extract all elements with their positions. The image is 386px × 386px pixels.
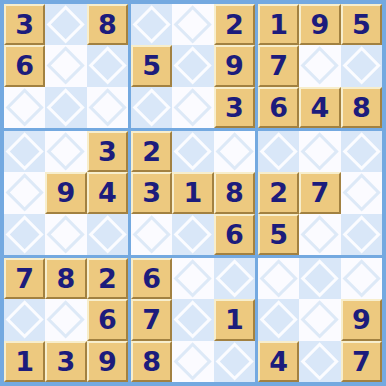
diamond-icon	[174, 342, 213, 381]
diamond-icon	[215, 342, 254, 381]
cell-r1c1: 3	[4, 4, 45, 45]
diamond-icon	[259, 301, 298, 340]
given-digit: 6	[15, 52, 34, 79]
given-digit: 5	[352, 11, 371, 38]
cell-r8c8[interactable]	[299, 299, 340, 340]
given-digit: 2	[98, 265, 117, 292]
block-2-2: 23186	[131, 131, 255, 255]
diamond-icon	[132, 215, 171, 254]
given-digit: 2	[142, 138, 161, 165]
given-digit: 9	[311, 11, 330, 38]
given-digit: 8	[142, 348, 161, 375]
given-digit: 7	[352, 348, 371, 375]
cell-r4c2[interactable]	[45, 131, 86, 172]
cell-r3c6: 3	[214, 87, 255, 128]
cell-r3c9: 8	[341, 87, 382, 128]
block-2-1: 394	[4, 131, 128, 255]
given-digit: 5	[142, 52, 161, 79]
cell-r2c2[interactable]	[45, 45, 86, 86]
given-digit: 9	[352, 306, 371, 333]
cell-r8c2[interactable]	[45, 299, 86, 340]
diamond-icon	[342, 174, 381, 213]
cell-r8c5[interactable]	[172, 299, 213, 340]
cell-r1c7: 1	[258, 4, 299, 45]
diamond-icon	[301, 132, 340, 171]
cell-r9c9: 7	[341, 341, 382, 382]
diamond-icon	[88, 215, 127, 254]
cell-r4c4: 2	[131, 131, 172, 172]
block-1-2: 2593	[131, 4, 255, 128]
cell-r6c6: 6	[214, 214, 255, 255]
cell-r1c5[interactable]	[172, 4, 213, 45]
cell-r5c2: 9	[45, 172, 86, 213]
cell-r3c5[interactable]	[172, 87, 213, 128]
cell-r6c4[interactable]	[131, 214, 172, 255]
cell-r2c3[interactable]	[87, 45, 128, 86]
diamond-icon	[301, 47, 340, 86]
diamond-icon	[342, 259, 381, 298]
cell-r3c8: 4	[299, 87, 340, 128]
cell-r4c8[interactable]	[299, 131, 340, 172]
diamond-icon	[174, 259, 213, 298]
diamond-icon	[174, 301, 213, 340]
cell-r5c9[interactable]	[341, 172, 382, 213]
cell-r7c5[interactable]	[172, 258, 213, 299]
given-digit: 3	[57, 348, 76, 375]
given-digit: 2	[225, 11, 244, 38]
cell-r3c2[interactable]	[45, 87, 86, 128]
cell-r9c1: 1	[4, 341, 45, 382]
diamond-icon	[88, 47, 127, 86]
diamond-icon	[132, 88, 171, 127]
diamond-icon	[47, 5, 86, 44]
given-digit: 3	[225, 94, 244, 121]
cell-r1c4[interactable]	[131, 4, 172, 45]
diamond-icon	[301, 259, 340, 298]
diamond-icon	[301, 215, 340, 254]
cell-r7c4: 6	[131, 258, 172, 299]
cell-r5c3: 4	[87, 172, 128, 213]
block-3-2: 6718	[131, 258, 255, 382]
given-digit: 7	[311, 179, 330, 206]
given-digit: 5	[269, 221, 288, 248]
diamond-icon	[174, 47, 213, 86]
cell-r6c5[interactable]	[172, 214, 213, 255]
diamond-icon	[259, 132, 298, 171]
cell-r1c2[interactable]	[45, 4, 86, 45]
cell-r7c8[interactable]	[299, 258, 340, 299]
cell-r9c2: 3	[45, 341, 86, 382]
given-digit: 6	[269, 94, 288, 121]
diamond-icon	[301, 342, 340, 381]
block-1-3: 1957648	[258, 4, 382, 128]
cell-r1c9: 5	[341, 4, 382, 45]
given-digit: 1	[225, 306, 244, 333]
cell-r7c3: 2	[87, 258, 128, 299]
cell-r4c6[interactable]	[214, 131, 255, 172]
cell-r8c1[interactable]	[4, 299, 45, 340]
cell-r3c3[interactable]	[87, 87, 128, 128]
cell-r4c9[interactable]	[341, 131, 382, 172]
diamond-icon	[5, 132, 44, 171]
cell-r6c2[interactable]	[45, 214, 86, 255]
cell-r2c8[interactable]	[299, 45, 340, 86]
cell-r2c4: 5	[131, 45, 172, 86]
diamond-icon	[47, 47, 86, 86]
given-digit: 1	[269, 11, 288, 38]
cell-r9c8[interactable]	[299, 341, 340, 382]
cell-r4c5[interactable]	[172, 131, 213, 172]
diamond-icon	[259, 259, 298, 298]
given-digit: 8	[225, 179, 244, 206]
cell-r1c3: 8	[87, 4, 128, 45]
sudoku-board: 386259319576483942318627578261396718947	[0, 0, 386, 386]
block-3-3: 947	[258, 258, 382, 382]
given-digit: 9	[57, 179, 76, 206]
cell-r2c7: 7	[258, 45, 299, 86]
cell-r1c6: 2	[214, 4, 255, 45]
cell-r8c3: 6	[87, 299, 128, 340]
cell-r5c5: 1	[172, 172, 213, 213]
cell-r8c9: 9	[341, 299, 382, 340]
cell-r5c1[interactable]	[4, 172, 45, 213]
cell-r7c7[interactable]	[258, 258, 299, 299]
given-digit: 1	[15, 348, 34, 375]
diamond-icon	[342, 47, 381, 86]
given-digit: 8	[57, 265, 76, 292]
cell-r9c5[interactable]	[172, 341, 213, 382]
diamond-icon	[342, 215, 381, 254]
cell-r5c8: 7	[299, 172, 340, 213]
cell-r6c7: 5	[258, 214, 299, 255]
given-digit: 7	[269, 52, 288, 79]
cell-r2c6: 9	[214, 45, 255, 86]
cell-r9c4: 8	[131, 341, 172, 382]
given-digit: 4	[98, 179, 117, 206]
given-digit: 7	[142, 306, 161, 333]
diamond-icon	[132, 5, 171, 44]
given-digit: 6	[98, 306, 117, 333]
cell-r6c1[interactable]	[4, 214, 45, 255]
diamond-icon	[174, 215, 213, 254]
diamond-icon	[47, 301, 86, 340]
diamond-icon	[5, 174, 44, 213]
diamond-icon	[215, 259, 254, 298]
cell-r7c2: 8	[45, 258, 86, 299]
given-digit: 7	[15, 265, 34, 292]
cell-r8c6: 1	[214, 299, 255, 340]
cell-r5c6: 8	[214, 172, 255, 213]
cell-r4c3: 3	[87, 131, 128, 172]
given-digit: 9	[225, 52, 244, 79]
diamond-icon	[174, 88, 213, 127]
given-digit: 2	[269, 179, 288, 206]
diamond-icon	[5, 215, 44, 254]
given-digit: 4	[269, 348, 288, 375]
cell-r8c4: 7	[131, 299, 172, 340]
cell-r7c9[interactable]	[341, 258, 382, 299]
block-3-1: 7826139	[4, 258, 128, 382]
diamond-icon	[301, 301, 340, 340]
given-digit: 8	[352, 94, 371, 121]
cell-r9c3: 9	[87, 341, 128, 382]
cell-r1c8: 9	[299, 4, 340, 45]
cell-r5c4: 3	[131, 172, 172, 213]
cell-r7c6[interactable]	[214, 258, 255, 299]
given-digit: 4	[311, 94, 330, 121]
cell-r2c9[interactable]	[341, 45, 382, 86]
cell-r5c7: 2	[258, 172, 299, 213]
cell-r6c9[interactable]	[341, 214, 382, 255]
diamond-icon	[5, 88, 44, 127]
diamond-icon	[215, 132, 254, 171]
given-digit: 1	[184, 179, 203, 206]
diamond-icon	[5, 301, 44, 340]
given-digit: 3	[15, 11, 34, 38]
cell-r9c6[interactable]	[214, 341, 255, 382]
cell-r3c7: 6	[258, 87, 299, 128]
cell-r9c7: 4	[258, 341, 299, 382]
given-digit: 9	[98, 348, 117, 375]
diamond-icon	[88, 88, 127, 127]
cell-r4c7[interactable]	[258, 131, 299, 172]
diamond-icon	[342, 132, 381, 171]
cell-r8c7[interactable]	[258, 299, 299, 340]
cell-r3c4[interactable]	[131, 87, 172, 128]
block-1-1: 386	[4, 4, 128, 128]
cell-r3c1[interactable]	[4, 87, 45, 128]
given-digit: 3	[142, 179, 161, 206]
diamond-icon	[47, 88, 86, 127]
cell-r6c3[interactable]	[87, 214, 128, 255]
cell-r2c1: 6	[4, 45, 45, 86]
cell-r7c1: 7	[4, 258, 45, 299]
given-digit: 3	[98, 138, 117, 165]
cell-r6c8[interactable]	[299, 214, 340, 255]
given-digit: 6	[142, 265, 161, 292]
diamond-icon	[47, 215, 86, 254]
diamond-icon	[174, 132, 213, 171]
given-digit: 6	[225, 221, 244, 248]
given-digit: 8	[98, 11, 117, 38]
cell-r4c1[interactable]	[4, 131, 45, 172]
cell-r2c5[interactable]	[172, 45, 213, 86]
block-2-3: 275	[258, 131, 382, 255]
diamond-icon	[47, 132, 86, 171]
diamond-icon	[174, 5, 213, 44]
